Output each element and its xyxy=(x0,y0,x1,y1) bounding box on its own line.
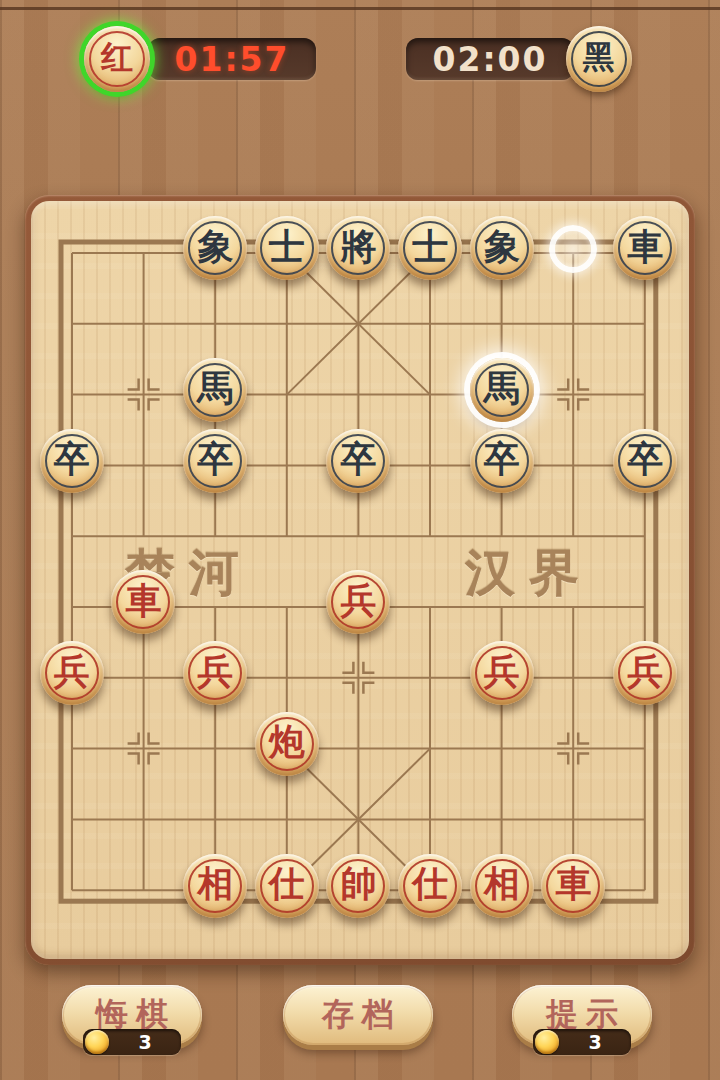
piece-red-soldier[interactable]: 兵 xyxy=(613,641,677,705)
piece-glyph: 卒 xyxy=(340,435,376,484)
hint-badge: 3 xyxy=(533,1029,631,1055)
piece-black-general[interactable]: 將 xyxy=(326,216,390,280)
piece-glyph: 馬 xyxy=(484,364,520,413)
piece-glyph: 卒 xyxy=(197,435,233,484)
piece-glyph: 卒 xyxy=(484,435,520,484)
piece-red-elephant[interactable]: 相 xyxy=(183,854,247,918)
black-side-label: 黑 xyxy=(583,36,615,80)
piece-red-soldier[interactable]: 兵 xyxy=(326,570,390,634)
piece-black-rook[interactable]: 車 xyxy=(613,216,677,280)
black-clock-plate: 02:00 xyxy=(406,38,574,80)
undo-count: 3 xyxy=(109,1031,181,1053)
piece-glyph: 象 xyxy=(484,223,520,272)
coin-icon xyxy=(535,1030,559,1054)
piece-black-advisor[interactable]: 士 xyxy=(398,216,462,280)
piece-red-general[interactable]: 帥 xyxy=(326,854,390,918)
piece-black-horse[interactable]: 馬 xyxy=(183,358,247,422)
undo-badge: 3 xyxy=(83,1029,181,1055)
piece-glyph: 兵 xyxy=(340,577,376,626)
piece-glyph: 車 xyxy=(555,860,591,909)
piece-glyph: 帥 xyxy=(340,860,376,909)
piece-glyph: 卒 xyxy=(627,435,663,484)
save-label: 存档 xyxy=(314,993,402,1037)
piece-glyph: 將 xyxy=(340,223,376,272)
hint-count: 3 xyxy=(559,1031,631,1053)
piece-glyph: 兵 xyxy=(54,648,90,697)
piece-black-soldier[interactable]: 卒 xyxy=(183,429,247,493)
red-time: 01:57 xyxy=(174,40,289,79)
hint-button[interactable]: 提示 3 xyxy=(512,985,652,1045)
piece-glyph: 兵 xyxy=(197,648,233,697)
piece-black-elephant[interactable]: 象 xyxy=(470,216,534,280)
piece-glyph: 仕 xyxy=(269,860,305,909)
piece-glyph: 車 xyxy=(125,577,161,626)
piece-glyph: 象 xyxy=(197,223,233,272)
piece-red-advisor[interactable]: 仕 xyxy=(398,854,462,918)
coin-icon xyxy=(85,1030,109,1054)
last-move-origin-marker xyxy=(549,225,597,273)
piece-black-soldier[interactable]: 卒 xyxy=(326,429,390,493)
piece-glyph: 相 xyxy=(484,860,520,909)
piece-glyph: 士 xyxy=(269,223,305,272)
red-side-piece: 红 xyxy=(84,26,150,92)
piece-glyph: 車 xyxy=(627,223,663,272)
piece-red-soldier[interactable]: 兵 xyxy=(470,641,534,705)
piece-red-advisor[interactable]: 仕 xyxy=(255,854,319,918)
piece-red-rook[interactable]: 車 xyxy=(111,570,175,634)
piece-black-soldier[interactable]: 卒 xyxy=(40,429,104,493)
piece-glyph: 卒 xyxy=(54,435,90,484)
piece-black-elephant[interactable]: 象 xyxy=(183,216,247,280)
piece-glyph: 炮 xyxy=(269,718,305,767)
piece-black-advisor[interactable]: 士 xyxy=(255,216,319,280)
piece-red-rook[interactable]: 車 xyxy=(541,854,605,918)
piece-black-soldier[interactable]: 卒 xyxy=(613,429,677,493)
undo-button[interactable]: 悔棋 3 xyxy=(62,985,202,1045)
piece-red-soldier[interactable]: 兵 xyxy=(40,641,104,705)
piece-glyph: 兵 xyxy=(627,648,663,697)
piece-red-elephant[interactable]: 相 xyxy=(470,854,534,918)
piece-black-horse[interactable]: 馬 xyxy=(470,358,534,422)
piece-glyph: 仕 xyxy=(412,860,448,909)
save-button[interactable]: 存档 xyxy=(283,985,433,1045)
black-time: 02:00 xyxy=(432,40,547,79)
piece-glyph: 兵 xyxy=(484,648,520,697)
piece-red-soldier[interactable]: 兵 xyxy=(183,641,247,705)
xiangqi-board[interactable]: 楚河 汉界 象士將士象車馬馬卒卒卒卒卒車兵兵兵兵兵炮相仕帥仕相車 xyxy=(25,195,695,965)
red-clock-plate: 01:57 xyxy=(148,38,316,80)
piece-glyph: 馬 xyxy=(197,364,233,413)
red-side-label: 红 xyxy=(101,36,133,80)
wood-plank-seam xyxy=(0,7,720,10)
piece-glyph: 士 xyxy=(412,223,448,272)
piece-black-soldier[interactable]: 卒 xyxy=(470,429,534,493)
piece-grid[interactable]: 象士將士象車馬馬卒卒卒卒卒車兵兵兵兵兵炮相仕帥仕相車 xyxy=(36,218,681,926)
piece-red-cannon[interactable]: 炮 xyxy=(255,712,319,776)
piece-glyph: 相 xyxy=(197,860,233,909)
black-side-piece: 黑 xyxy=(566,26,632,92)
